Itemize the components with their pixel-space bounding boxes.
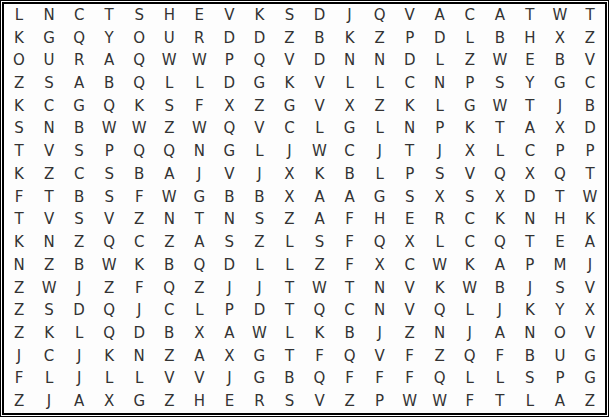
grid-cell[interactable]: N xyxy=(515,322,545,345)
grid-cell[interactable]: C xyxy=(395,72,425,95)
grid-cell[interactable]: K xyxy=(94,345,124,368)
grid-cell[interactable]: D xyxy=(304,49,334,72)
grid-cell[interactable]: P xyxy=(365,390,395,413)
grid-cell[interactable]: N xyxy=(34,118,64,141)
grid-cell[interactable]: B xyxy=(64,254,94,277)
grid-cell[interactable]: K xyxy=(304,163,334,186)
grid-cell[interactable]: A xyxy=(304,186,334,209)
grid-cell[interactable]: K xyxy=(515,299,545,322)
grid-cell[interactable]: E xyxy=(184,4,214,27)
grid-cell[interactable]: S xyxy=(34,299,64,322)
grid-cell[interactable]: S xyxy=(124,4,154,27)
grid-cell[interactable]: F xyxy=(455,390,485,413)
grid-cell[interactable]: J xyxy=(485,299,515,322)
grid-cell[interactable]: Z xyxy=(154,118,184,141)
grid-cell[interactable]: F xyxy=(184,95,214,118)
grid-cell[interactable]: K xyxy=(335,27,365,50)
grid-cell[interactable]: N xyxy=(34,4,64,27)
grid-cell[interactable]: K xyxy=(4,95,34,118)
grid-cell[interactable]: N xyxy=(154,208,184,231)
grid-cell[interactable]: S xyxy=(214,231,244,254)
grid-cell[interactable]: N xyxy=(425,72,455,95)
grid-cell[interactable]: W xyxy=(184,49,214,72)
grid-cell[interactable]: D xyxy=(425,27,455,50)
grid-cell[interactable]: A xyxy=(214,322,244,345)
grid-cell[interactable]: S xyxy=(94,186,124,209)
grid-cell[interactable]: B xyxy=(154,254,184,277)
grid-cell[interactable]: D xyxy=(214,72,244,95)
grid-cell[interactable]: Z xyxy=(154,390,184,413)
grid-cell[interactable]: L xyxy=(94,368,124,391)
grid-cell[interactable]: A xyxy=(154,163,184,186)
grid-cell[interactable]: L xyxy=(455,299,485,322)
grid-cell[interactable]: T xyxy=(515,4,545,27)
grid-cell[interactable]: S xyxy=(274,390,304,413)
grid-cell[interactable]: G xyxy=(274,95,304,118)
grid-cell[interactable]: F xyxy=(124,186,154,209)
grid-cell[interactable]: P xyxy=(545,140,575,163)
grid-cell[interactable]: J xyxy=(34,390,64,413)
grid-cell[interactable]: C xyxy=(34,95,64,118)
grid-cell[interactable]: P xyxy=(515,254,545,277)
grid-cell[interactable]: Z xyxy=(395,322,425,345)
grid-cell[interactable]: J xyxy=(244,277,274,300)
grid-cell[interactable]: A xyxy=(64,72,94,95)
grid-cell[interactable]: V xyxy=(154,368,184,391)
grid-cell[interactable]: Q xyxy=(184,254,214,277)
grid-cell[interactable]: W xyxy=(94,118,124,141)
grid-cell[interactable]: C xyxy=(124,231,154,254)
grid-cell[interactable]: K xyxy=(395,95,425,118)
grid-cell[interactable]: C xyxy=(34,345,64,368)
grid-cell[interactable]: C xyxy=(154,299,184,322)
grid-cell[interactable]: N xyxy=(425,322,455,345)
grid-cell[interactable]: E xyxy=(515,49,545,72)
grid-cell[interactable]: X xyxy=(365,254,395,277)
grid-cell[interactable]: B xyxy=(154,322,184,345)
grid-cell[interactable]: Z xyxy=(4,299,34,322)
grid-cell[interactable]: T xyxy=(575,4,605,27)
grid-cell[interactable]: V xyxy=(94,208,124,231)
grid-cell[interactable]: B xyxy=(64,118,94,141)
grid-cell[interactable]: P xyxy=(575,140,605,163)
grid-cell[interactable]: F xyxy=(304,345,334,368)
grid-cell[interactable]: V xyxy=(34,208,64,231)
grid-cell[interactable]: C xyxy=(455,4,485,27)
grid-cell[interactable]: W xyxy=(425,254,455,277)
grid-cell[interactable]: Q xyxy=(304,299,334,322)
grid-cell[interactable]: N xyxy=(184,140,214,163)
grid-cell[interactable]: P xyxy=(425,118,455,141)
grid-cell[interactable]: X xyxy=(395,231,425,254)
grid-cell[interactable]: T xyxy=(395,140,425,163)
grid-cell[interactable]: G xyxy=(34,27,64,50)
grid-cell[interactable]: U xyxy=(154,27,184,50)
grid-cell[interactable]: L xyxy=(425,95,455,118)
grid-cell[interactable]: V xyxy=(575,49,605,72)
grid-cell[interactable]: P xyxy=(395,163,425,186)
grid-cell[interactable]: D xyxy=(214,27,244,50)
grid-cell[interactable]: H xyxy=(545,208,575,231)
grid-cell[interactable]: Q xyxy=(365,231,395,254)
grid-cell[interactable]: O xyxy=(124,27,154,50)
grid-cell[interactable]: O xyxy=(4,49,34,72)
grid-cell[interactable]: V xyxy=(575,322,605,345)
grid-cell[interactable]: N xyxy=(365,49,395,72)
grid-cell[interactable]: E xyxy=(214,390,244,413)
grid-cell[interactable]: L xyxy=(244,254,274,277)
grid-cell[interactable]: J xyxy=(184,163,214,186)
grid-cell[interactable]: L xyxy=(425,49,455,72)
grid-cell[interactable]: S xyxy=(4,118,34,141)
grid-cell[interactable]: K xyxy=(304,322,334,345)
grid-cell[interactable]: T xyxy=(335,277,365,300)
grid-cell[interactable]: Z xyxy=(154,345,184,368)
grid-cell[interactable]: Z xyxy=(4,277,34,300)
grid-cell[interactable]: C xyxy=(575,72,605,95)
grid-cell[interactable]: N xyxy=(124,345,154,368)
grid-cell[interactable]: P xyxy=(94,140,124,163)
grid-cell[interactable]: W xyxy=(304,140,334,163)
grid-cell[interactable]: V xyxy=(244,118,274,141)
grid-cell[interactable]: G xyxy=(64,95,94,118)
grid-cell[interactable]: B xyxy=(214,186,244,209)
grid-cell[interactable]: R xyxy=(184,27,214,50)
grid-cell[interactable]: L xyxy=(304,118,334,141)
grid-cell[interactable]: Q xyxy=(154,277,184,300)
grid-cell[interactable]: W xyxy=(154,49,184,72)
grid-cell[interactable]: K xyxy=(124,254,154,277)
grid-cell[interactable]: U xyxy=(34,49,64,72)
grid-cell[interactable]: Z xyxy=(365,27,395,50)
grid-cell[interactable]: F xyxy=(335,208,365,231)
grid-cell[interactable]: L xyxy=(34,368,64,391)
grid-cell[interactable]: B xyxy=(335,322,365,345)
grid-cell[interactable]: J xyxy=(214,277,244,300)
grid-cell[interactable]: A xyxy=(94,49,124,72)
grid-cell[interactable]: J xyxy=(64,345,94,368)
grid-cell[interactable]: L xyxy=(365,163,395,186)
grid-cell[interactable]: F xyxy=(4,186,34,209)
grid-cell[interactable]: K xyxy=(4,27,34,50)
grid-cell[interactable]: Z xyxy=(34,163,64,186)
grid-cell[interactable]: Z xyxy=(4,322,34,345)
grid-cell[interactable]: D xyxy=(304,4,334,27)
grid-cell[interactable]: A xyxy=(64,390,94,413)
grid-cell[interactable]: Q xyxy=(94,322,124,345)
grid-cell[interactable]: Z xyxy=(154,231,184,254)
grid-cell[interactable]: J xyxy=(515,277,545,300)
grid-cell[interactable]: J xyxy=(244,163,274,186)
grid-cell[interactable]: Z xyxy=(64,231,94,254)
grid-cell[interactable]: L xyxy=(274,254,304,277)
grid-cell[interactable]: K xyxy=(575,208,605,231)
grid-cell[interactable]: B xyxy=(545,49,575,72)
grid-cell[interactable]: Q xyxy=(335,345,365,368)
grid-cell[interactable]: W xyxy=(485,95,515,118)
grid-cell[interactable]: N xyxy=(214,208,244,231)
grid-cell[interactable]: Z xyxy=(274,208,304,231)
grid-cell[interactable]: W xyxy=(304,277,334,300)
grid-cell[interactable]: S xyxy=(274,4,304,27)
grid-cell[interactable]: B xyxy=(304,27,334,50)
grid-cell[interactable]: A xyxy=(515,118,545,141)
grid-cell[interactable]: W xyxy=(244,322,274,345)
grid-cell[interactable]: L xyxy=(425,231,455,254)
grid-cell[interactable]: G xyxy=(335,118,365,141)
grid-cell[interactable]: J xyxy=(365,322,395,345)
grid-cell[interactable]: T xyxy=(94,4,124,27)
grid-cell[interactable]: S xyxy=(244,208,274,231)
grid-cell[interactable]: H xyxy=(515,27,545,50)
grid-cell[interactable]: V xyxy=(395,277,425,300)
grid-cell[interactable]: V xyxy=(184,368,214,391)
grid-cell[interactable]: P xyxy=(455,72,485,95)
grid-cell[interactable]: Z xyxy=(575,390,605,413)
grid-cell[interactable]: T xyxy=(515,95,545,118)
grid-cell[interactable]: S xyxy=(515,368,545,391)
grid-cell[interactable]: X xyxy=(545,118,575,141)
grid-cell[interactable]: Z xyxy=(34,254,64,277)
grid-cell[interactable]: Z xyxy=(335,390,365,413)
grid-cell[interactable]: J xyxy=(335,4,365,27)
grid-cell[interactable]: A xyxy=(545,390,575,413)
grid-cell[interactable]: Z xyxy=(244,95,274,118)
grid-cell[interactable]: R xyxy=(425,208,455,231)
grid-cell[interactable]: L xyxy=(154,72,184,95)
grid-cell[interactable]: N xyxy=(335,49,365,72)
grid-cell[interactable]: V xyxy=(395,4,425,27)
grid-cell[interactable]: W xyxy=(485,49,515,72)
grid-cell[interactable]: H xyxy=(365,208,395,231)
grid-cell[interactable]: D xyxy=(64,299,94,322)
grid-cell[interactable]: Q xyxy=(365,4,395,27)
grid-cell[interactable]: X xyxy=(214,345,244,368)
grid-cell[interactable]: C xyxy=(335,140,365,163)
grid-cell[interactable]: K xyxy=(455,118,485,141)
grid-cell[interactable]: N xyxy=(395,118,425,141)
grid-cell[interactable]: G xyxy=(244,345,274,368)
grid-cell[interactable]: A xyxy=(485,322,515,345)
grid-cell[interactable]: V xyxy=(304,390,334,413)
grid-cell[interactable]: Z xyxy=(365,95,395,118)
grid-cell[interactable]: R xyxy=(244,390,274,413)
grid-cell[interactable]: Q xyxy=(244,49,274,72)
grid-cell[interactable]: V xyxy=(304,72,334,95)
grid-cell[interactable]: Q xyxy=(124,72,154,95)
grid-cell[interactable]: T xyxy=(34,186,64,209)
grid-cell[interactable]: Z xyxy=(304,254,334,277)
grid-cell[interactable]: F xyxy=(335,254,365,277)
grid-cell[interactable]: X xyxy=(455,140,485,163)
grid-cell[interactable]: F xyxy=(395,345,425,368)
grid-cell[interactable]: L xyxy=(485,140,515,163)
grid-cell[interactable]: L xyxy=(485,368,515,391)
grid-cell[interactable]: W xyxy=(455,277,485,300)
grid-cell[interactable]: J xyxy=(455,322,485,345)
grid-cell[interactable]: L xyxy=(64,322,94,345)
grid-cell[interactable]: Q xyxy=(124,140,154,163)
grid-cell[interactable]: M xyxy=(545,254,575,277)
grid-cell[interactable]: Q xyxy=(425,368,455,391)
grid-cell[interactable]: J xyxy=(64,277,94,300)
grid-cell[interactable]: C xyxy=(395,254,425,277)
grid-cell[interactable]: T xyxy=(485,390,515,413)
grid-cell[interactable]: A xyxy=(485,254,515,277)
grid-cell[interactable]: Z xyxy=(4,390,34,413)
grid-cell[interactable]: W xyxy=(124,118,154,141)
grid-cell[interactable]: S xyxy=(545,277,575,300)
grid-cell[interactable]: T xyxy=(575,163,605,186)
grid-cell[interactable]: V xyxy=(455,163,485,186)
grid-cell[interactable]: W xyxy=(184,118,214,141)
grid-cell[interactable]: L xyxy=(455,27,485,50)
grid-cell[interactable]: B xyxy=(335,163,365,186)
grid-cell[interactable]: G xyxy=(244,368,274,391)
grid-cell[interactable]: A xyxy=(184,345,214,368)
grid-cell[interactable]: B xyxy=(485,277,515,300)
grid-cell[interactable]: L xyxy=(335,72,365,95)
grid-cell[interactable]: G xyxy=(575,368,605,391)
grid-cell[interactable]: L xyxy=(515,390,545,413)
grid-cell[interactable]: X xyxy=(485,186,515,209)
grid-cell[interactable]: S xyxy=(34,72,64,95)
grid-cell[interactable]: X xyxy=(575,299,605,322)
grid-cell[interactable]: H xyxy=(154,4,184,27)
grid-cell[interactable]: T xyxy=(545,186,575,209)
grid-cell[interactable]: D xyxy=(395,49,425,72)
grid-cell[interactable]: Q xyxy=(214,118,244,141)
grid-cell[interactable]: W xyxy=(154,186,184,209)
grid-cell[interactable]: L xyxy=(244,140,274,163)
grid-cell[interactable]: X xyxy=(94,390,124,413)
grid-cell[interactable]: Q xyxy=(94,95,124,118)
grid-cell[interactable]: K xyxy=(485,208,515,231)
grid-cell[interactable]: V xyxy=(575,277,605,300)
grid-cell[interactable]: A xyxy=(485,4,515,27)
grid-cell[interactable]: C xyxy=(455,208,485,231)
grid-cell[interactable]: Q xyxy=(485,231,515,254)
grid-cell[interactable]: B xyxy=(244,186,274,209)
grid-cell[interactable]: C xyxy=(64,163,94,186)
grid-cell[interactable]: W xyxy=(395,390,425,413)
grid-cell[interactable]: A xyxy=(425,4,455,27)
grid-cell[interactable]: W xyxy=(425,390,455,413)
grid-cell[interactable]: F xyxy=(395,368,425,391)
grid-cell[interactable]: S xyxy=(64,140,94,163)
grid-cell[interactable]: S xyxy=(304,231,334,254)
grid-cell[interactable]: H xyxy=(184,390,214,413)
grid-cell[interactable]: Q xyxy=(154,140,184,163)
grid-cell[interactable]: J xyxy=(425,140,455,163)
grid-cell[interactable]: Z xyxy=(124,208,154,231)
grid-cell[interactable]: Q xyxy=(94,299,124,322)
grid-cell[interactable]: Q xyxy=(304,368,334,391)
grid-cell[interactable]: Q xyxy=(94,231,124,254)
grid-cell[interactable]: T xyxy=(184,208,214,231)
grid-cell[interactable]: N xyxy=(365,277,395,300)
grid-cell[interactable]: L xyxy=(274,231,304,254)
grid-cell[interactable]: T xyxy=(274,277,304,300)
grid-cell[interactable]: W xyxy=(94,254,124,277)
grid-cell[interactable]: Q xyxy=(485,163,515,186)
grid-cell[interactable]: D xyxy=(124,322,154,345)
grid-cell[interactable]: L xyxy=(365,118,395,141)
grid-cell[interactable]: B xyxy=(64,186,94,209)
grid-cell[interactable]: P xyxy=(395,27,425,50)
grid-cell[interactable]: Q xyxy=(425,299,455,322)
grid-cell[interactable]: Z xyxy=(425,345,455,368)
grid-cell[interactable]: F xyxy=(365,368,395,391)
grid-cell[interactable]: N xyxy=(365,299,395,322)
grid-cell[interactable]: L xyxy=(365,72,395,95)
grid-cell[interactable]: K xyxy=(274,72,304,95)
grid-cell[interactable]: E xyxy=(545,231,575,254)
grid-cell[interactable]: N xyxy=(515,208,545,231)
grid-cell[interactable]: L xyxy=(184,299,214,322)
grid-cell[interactable]: C xyxy=(274,118,304,141)
grid-cell[interactable]: D xyxy=(515,186,545,209)
grid-cell[interactable]: J xyxy=(545,95,575,118)
grid-cell[interactable]: A xyxy=(304,208,334,231)
grid-cell[interactable]: W xyxy=(34,277,64,300)
grid-cell[interactable]: V xyxy=(274,49,304,72)
grid-cell[interactable]: X xyxy=(274,163,304,186)
grid-cell[interactable]: G xyxy=(244,72,274,95)
grid-cell[interactable]: C xyxy=(335,299,365,322)
grid-cell[interactable]: G xyxy=(124,390,154,413)
grid-cell[interactable]: T xyxy=(4,140,34,163)
grid-cell[interactable]: Q xyxy=(545,163,575,186)
grid-cell[interactable]: K xyxy=(124,95,154,118)
grid-cell[interactable]: X xyxy=(184,322,214,345)
grid-cell[interactable]: T xyxy=(4,208,34,231)
grid-cell[interactable]: B xyxy=(94,72,124,95)
grid-cell[interactable]: V xyxy=(304,95,334,118)
grid-cell[interactable]: X xyxy=(214,95,244,118)
grid-cell[interactable]: K xyxy=(34,322,64,345)
grid-cell[interactable]: J xyxy=(365,140,395,163)
grid-cell[interactable]: C xyxy=(455,231,485,254)
grid-cell[interactable]: F xyxy=(485,345,515,368)
grid-cell[interactable]: G xyxy=(365,186,395,209)
grid-cell[interactable]: K xyxy=(4,163,34,186)
grid-cell[interactable]: T xyxy=(274,299,304,322)
grid-cell[interactable]: P xyxy=(545,368,575,391)
grid-cell[interactable]: D xyxy=(244,299,274,322)
grid-cell[interactable]: D xyxy=(575,118,605,141)
grid-cell[interactable]: X xyxy=(425,186,455,209)
grid-cell[interactable]: J xyxy=(124,299,154,322)
grid-cell[interactable]: G xyxy=(455,95,485,118)
grid-cell[interactable]: J xyxy=(274,140,304,163)
grid-cell[interactable]: F xyxy=(335,231,365,254)
grid-cell[interactable]: O xyxy=(545,322,575,345)
grid-cell[interactable]: S xyxy=(154,95,184,118)
grid-cell[interactable]: Q xyxy=(455,345,485,368)
grid-cell[interactable]: N xyxy=(4,254,34,277)
grid-cell[interactable]: F xyxy=(335,368,365,391)
grid-cell[interactable]: G xyxy=(214,140,244,163)
grid-cell[interactable]: A xyxy=(335,186,365,209)
grid-cell[interactable]: S xyxy=(94,163,124,186)
grid-cell[interactable]: D xyxy=(214,254,244,277)
grid-cell[interactable]: L xyxy=(184,72,214,95)
grid-cell[interactable]: V xyxy=(365,345,395,368)
grid-cell[interactable]: K xyxy=(455,254,485,277)
grid-cell[interactable]: B xyxy=(124,163,154,186)
grid-cell[interactable]: P xyxy=(214,49,244,72)
